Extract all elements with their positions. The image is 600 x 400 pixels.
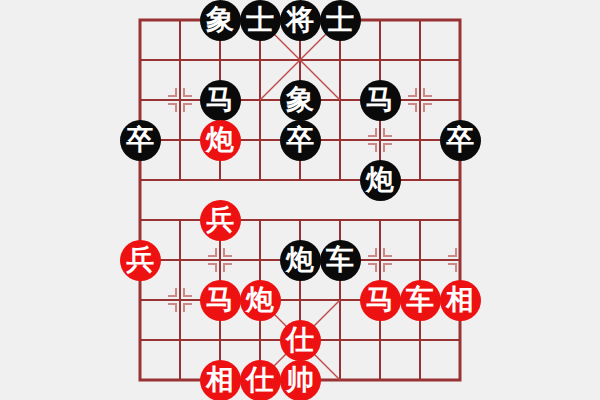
piece-red-soldier[interactable]: 兵 [120, 240, 161, 281]
piece-black-elephant[interactable]: 象 [280, 80, 321, 121]
piece-black-horse[interactable]: 马 [200, 80, 241, 121]
piece-red-cannon[interactable]: 炮 [240, 280, 281, 321]
piece-red-horse[interactable]: 马 [200, 280, 241, 321]
piece-black-chariot[interactable]: 车 [320, 240, 361, 281]
piece-black-cannon[interactable]: 炮 [280, 240, 321, 281]
piece-red-advisor[interactable]: 仕 [280, 320, 321, 361]
piece-red-chariot[interactable]: 车 [400, 280, 441, 321]
app-canvas: 象士将士马象马卒炮卒卒炮兵兵炮车马炮马车相仕相仕帅 [0, 0, 600, 400]
piece-red-elephant[interactable]: 相 [440, 280, 481, 321]
xiangqi-board[interactable]: 象士将士马象马卒炮卒卒炮兵兵炮车马炮马车相仕相仕帅 [120, 0, 480, 400]
piece-red-soldier[interactable]: 兵 [200, 200, 241, 241]
piece-black-elephant[interactable]: 象 [200, 0, 241, 41]
piece-black-general[interactable]: 将 [280, 0, 321, 41]
piece-red-horse[interactable]: 马 [360, 280, 401, 321]
piece-black-soldier[interactable]: 卒 [120, 120, 161, 161]
piece-black-soldier[interactable]: 卒 [280, 120, 321, 161]
piece-red-general[interactable]: 帅 [280, 360, 321, 400]
piece-black-cannon[interactable]: 炮 [360, 160, 401, 201]
piece-black-horse[interactable]: 马 [360, 80, 401, 121]
piece-black-advisor[interactable]: 士 [320, 0, 361, 41]
piece-red-elephant[interactable]: 相 [200, 360, 241, 400]
piece-black-soldier[interactable]: 卒 [440, 120, 481, 161]
piece-black-advisor[interactable]: 士 [240, 0, 281, 41]
piece-red-cannon[interactable]: 炮 [200, 120, 241, 161]
piece-red-advisor[interactable]: 仕 [240, 360, 281, 400]
